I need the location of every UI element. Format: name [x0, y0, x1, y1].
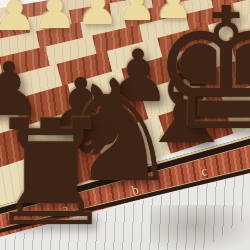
case-shadow: [150, 205, 250, 250]
chess-set-photo: abcdefgh ♟♟♟♟♟♟♟♟♝♚♞♜: [0, 0, 250, 250]
